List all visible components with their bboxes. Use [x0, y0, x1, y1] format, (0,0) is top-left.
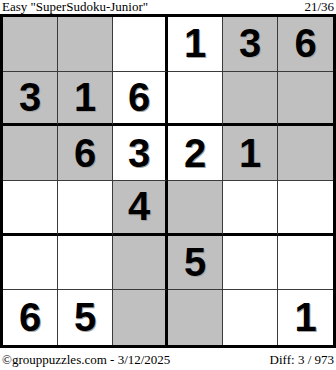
- cell-r5c2[interactable]: [58, 236, 113, 291]
- cell-r5c3[interactable]: [113, 236, 168, 291]
- cell-r3c1[interactable]: [3, 126, 58, 181]
- cell-r3c5[interactable]: 1: [223, 126, 278, 181]
- cell-r6c6[interactable]: 1: [278, 290, 333, 345]
- cell-r4c6[interactable]: [278, 181, 333, 236]
- cell-r5c5[interactable]: [223, 236, 278, 291]
- cell-r2c5[interactable]: [223, 72, 278, 127]
- cell-r6c4[interactable]: [168, 290, 223, 345]
- puzzle-page: Easy "SuperSudoku-Junior" 21/36 13631663…: [0, 0, 336, 370]
- cell-r2c4[interactable]: [168, 72, 223, 127]
- cell-r1c5[interactable]: 3: [223, 17, 278, 72]
- cell-r3c2[interactable]: 6: [58, 126, 113, 181]
- cell-r4c4[interactable]: [168, 181, 223, 236]
- cell-r1c2[interactable]: [58, 17, 113, 72]
- cell-r6c1[interactable]: 6: [3, 290, 58, 345]
- cell-r5c6[interactable]: [278, 236, 333, 291]
- progress-counter: 21/36: [304, 0, 334, 14]
- cell-r6c5[interactable]: [223, 290, 278, 345]
- cell-r6c2[interactable]: 5: [58, 290, 113, 345]
- cell-r6c3[interactable]: [113, 290, 168, 345]
- footer: ©grouppuzzles.com - 3/12/2025 Diff: 3 / …: [2, 352, 334, 368]
- difficulty-text: Diff: 3 / 973: [270, 352, 334, 368]
- cell-r1c1[interactable]: [3, 17, 58, 72]
- cell-r1c4[interactable]: 1: [168, 17, 223, 72]
- header: Easy "SuperSudoku-Junior" 21/36: [2, 0, 334, 14]
- cell-r3c3[interactable]: 3: [113, 126, 168, 181]
- puzzle-title: Easy "SuperSudoku-Junior": [2, 0, 148, 14]
- cell-r4c2[interactable]: [58, 181, 113, 236]
- cell-r2c2[interactable]: 1: [58, 72, 113, 127]
- cell-r5c1[interactable]: [3, 236, 58, 291]
- cell-r2c6[interactable]: [278, 72, 333, 127]
- cell-r4c3[interactable]: 4: [113, 181, 168, 236]
- copyright-text: ©grouppuzzles.com - 3/12/2025: [2, 352, 170, 368]
- cell-r1c3[interactable]: [113, 17, 168, 72]
- cell-r2c3[interactable]: 6: [113, 72, 168, 127]
- cell-r4c5[interactable]: [223, 181, 278, 236]
- cell-r3c4[interactable]: 2: [168, 126, 223, 181]
- cell-r4c1[interactable]: [3, 181, 58, 236]
- sudoku-board: 136316632145651: [0, 14, 336, 348]
- cell-r3c6[interactable]: [278, 126, 333, 181]
- cell-r2c1[interactable]: 3: [3, 72, 58, 127]
- cell-r5c4[interactable]: 5: [168, 236, 223, 291]
- cell-r1c6[interactable]: 6: [278, 17, 333, 72]
